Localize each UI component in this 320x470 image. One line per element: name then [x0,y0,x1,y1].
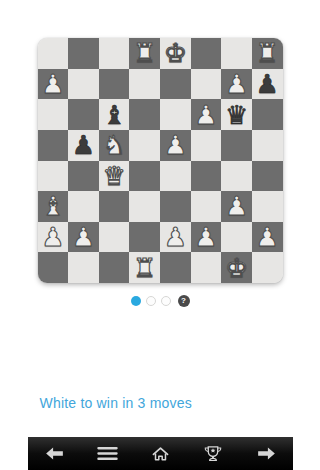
piece-white-pawn[interactable]: ♟ [164,132,187,158]
piece-white-rook[interactable]: ♜ [133,40,156,66]
square-f5[interactable] [191,130,222,161]
square-a5[interactable] [38,130,69,161]
square-e4[interactable] [160,161,191,192]
app-screen: ♜♚♜♟♟♟♝♟♛♟♞♟♛♝♟♟♟♟♟♟♜♚ ? White to win in… [28,0,293,470]
forward-button[interactable] [246,437,286,470]
square-d5[interactable] [129,130,160,161]
square-e6[interactable] [160,99,191,130]
back-button[interactable] [34,437,74,470]
square-b8[interactable] [68,38,99,69]
piece-black-bishop[interactable]: ♝ [102,102,125,128]
piece-black-pawn[interactable]: ♟ [72,132,95,158]
square-c1[interactable] [99,252,130,283]
square-h6[interactable] [252,99,283,130]
square-a1[interactable] [38,252,69,283]
bottom-nav-bar [28,437,293,470]
piece-white-queen[interactable]: ♛ [102,163,125,189]
square-f8[interactable] [191,38,222,69]
piece-black-pawn[interactable]: ♟ [256,71,279,97]
piece-white-rook[interactable]: ♜ [133,255,156,281]
square-f3[interactable] [191,191,222,222]
square-f1[interactable] [191,252,222,283]
chess-board: ♜♚♜♟♟♟♝♟♛♟♞♟♛♝♟♟♟♟♟♟♜♚ [38,38,283,283]
page-dot-2[interactable] [146,296,156,306]
piece-white-bishop[interactable]: ♝ [41,193,64,219]
home-icon [151,446,170,462]
square-a6[interactable] [38,99,69,130]
square-b1[interactable] [68,252,99,283]
square-e7[interactable] [160,69,191,100]
square-d1[interactable]: ♜ [129,252,160,283]
square-c5[interactable]: ♞ [99,130,130,161]
square-c4[interactable]: ♛ [99,161,130,192]
square-b2[interactable]: ♟ [68,222,99,253]
square-g3[interactable]: ♟ [221,191,252,222]
square-d7[interactable] [129,69,160,100]
square-d6[interactable] [129,99,160,130]
square-h3[interactable] [252,191,283,222]
square-g8[interactable] [221,38,252,69]
square-f6[interactable]: ♟ [191,99,222,130]
square-g5[interactable] [221,130,252,161]
square-c3[interactable] [99,191,130,222]
help-button[interactable]: ? [178,295,190,307]
piece-white-pawn[interactable]: ♟ [256,224,279,250]
piece-white-pawn[interactable]: ♟ [225,193,248,219]
piece-white-pawn[interactable]: ♟ [41,224,64,250]
piece-white-knight[interactable]: ♞ [102,132,125,158]
page-dots: ? [28,294,293,307]
square-f4[interactable] [191,161,222,192]
square-e5[interactable]: ♟ [160,130,191,161]
page-dot-3[interactable] [161,296,171,306]
square-b6[interactable] [68,99,99,130]
piece-white-pawn[interactable]: ♟ [41,71,64,97]
square-h4[interactable] [252,161,283,192]
square-a2[interactable]: ♟ [38,222,69,253]
square-d4[interactable] [129,161,160,192]
square-h2[interactable]: ♟ [252,222,283,253]
square-e1[interactable] [160,252,191,283]
square-a7[interactable]: ♟ [38,69,69,100]
square-h8[interactable]: ♜ [252,38,283,69]
square-b4[interactable] [68,161,99,192]
square-b7[interactable] [68,69,99,100]
piece-white-pawn[interactable]: ♟ [72,224,95,250]
square-e2[interactable]: ♟ [160,222,191,253]
arrow-left-icon [45,447,64,460]
square-a3[interactable]: ♝ [38,191,69,222]
square-g2[interactable] [221,222,252,253]
square-f7[interactable] [191,69,222,100]
trophy-icon [203,445,223,462]
square-g6[interactable]: ♛ [221,99,252,130]
page-dot-1[interactable] [131,296,141,306]
square-h7[interactable]: ♟ [252,69,283,100]
square-a4[interactable] [38,161,69,192]
square-b5[interactable]: ♟ [68,130,99,161]
square-a8[interactable] [38,38,69,69]
piece-black-queen[interactable]: ♛ [225,102,248,128]
square-g1[interactable]: ♚ [221,252,252,283]
piece-white-rook[interactable]: ♜ [256,40,279,66]
square-c7[interactable] [99,69,130,100]
square-g7[interactable]: ♟ [221,69,252,100]
square-e8[interactable]: ♚ [160,38,191,69]
square-g4[interactable] [221,161,252,192]
square-h5[interactable] [252,130,283,161]
square-c6[interactable]: ♝ [99,99,130,130]
arrow-right-icon [257,447,276,460]
square-e3[interactable] [160,191,191,222]
square-c2[interactable] [99,222,130,253]
menu-button[interactable] [87,437,127,470]
square-h1[interactable] [252,252,283,283]
piece-white-pawn[interactable]: ♟ [225,71,248,97]
piece-white-pawn[interactable]: ♟ [164,224,187,250]
square-d3[interactable] [129,191,160,222]
piece-white-pawn[interactable]: ♟ [194,102,217,128]
square-c8[interactable] [99,38,130,69]
puzzle-caption: White to win in 3 moves [40,395,192,411]
hamburger-icon [97,447,118,460]
piece-white-king[interactable]: ♚ [225,255,248,281]
square-d2[interactable] [129,222,160,253]
square-f2[interactable]: ♟ [191,222,222,253]
home-button[interactable] [140,437,180,470]
square-b3[interactable] [68,191,99,222]
piece-white-pawn[interactable]: ♟ [194,224,217,250]
square-d8[interactable]: ♜ [129,38,160,69]
trophy-button[interactable] [193,437,233,470]
piece-white-king[interactable]: ♚ [164,40,187,66]
